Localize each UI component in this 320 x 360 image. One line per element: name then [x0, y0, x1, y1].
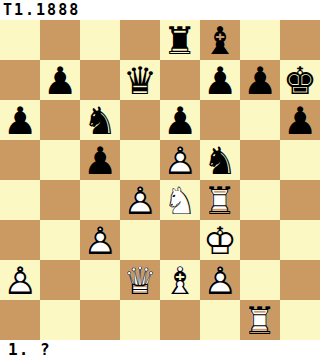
black-pawn: ♟: [280, 100, 320, 140]
black-rook: ♜: [160, 20, 200, 60]
white-knight: ♞: [160, 180, 200, 220]
square-f2[interactable]: ♟♙: [200, 260, 240, 300]
square-f7[interactable]: ♟: [200, 60, 240, 100]
square-g3[interactable]: [240, 220, 280, 260]
square-a4[interactable]: [0, 180, 40, 220]
square-a1[interactable]: [0, 300, 40, 340]
square-h2[interactable]: [280, 260, 320, 300]
square-g1[interactable]: ♜♖: [240, 300, 280, 340]
square-b7[interactable]: ♟: [40, 60, 80, 100]
square-c2[interactable]: [80, 260, 120, 300]
chess-puzzle-screen: T1.1888 ♜♝♟♛♟♟♚♟♞♟♟♟♟♙♞♟♙♞♘♜♖♟♙♚♔♟♙♛♕♝♗♟…: [0, 0, 320, 360]
square-f8[interactable]: ♝: [200, 20, 240, 60]
square-d6[interactable]: [120, 100, 160, 140]
square-h8[interactable]: [280, 20, 320, 60]
square-d5[interactable]: [120, 140, 160, 180]
puzzle-title: T1.1888: [0, 0, 320, 20]
white-pawn-outline: ♙: [200, 260, 240, 300]
square-e4[interactable]: ♞♘: [160, 180, 200, 220]
square-g6[interactable]: [240, 100, 280, 140]
square-b8[interactable]: [40, 20, 80, 60]
square-a2[interactable]: ♟♙: [0, 260, 40, 300]
black-pawn: ♟: [240, 60, 280, 100]
white-pawn: ♟: [0, 260, 40, 300]
square-c1[interactable]: [80, 300, 120, 340]
white-king: ♚: [200, 220, 240, 260]
square-h5[interactable]: [280, 140, 320, 180]
black-bishop: ♝: [200, 20, 240, 60]
square-d2[interactable]: ♛♕: [120, 260, 160, 300]
black-knight: ♞: [80, 100, 120, 140]
white-queen: ♛: [120, 260, 160, 300]
square-g2[interactable]: [240, 260, 280, 300]
square-f3[interactable]: ♚♔: [200, 220, 240, 260]
square-c7[interactable]: [80, 60, 120, 100]
white-rook: ♜: [240, 300, 280, 340]
white-pawn-outline: ♙: [160, 140, 200, 180]
black-knight: ♞: [200, 140, 240, 180]
square-a3[interactable]: [0, 220, 40, 260]
black-pawn: ♟: [80, 140, 120, 180]
square-h6[interactable]: ♟: [280, 100, 320, 140]
black-pawn: ♟: [0, 100, 40, 140]
square-a7[interactable]: [0, 60, 40, 100]
black-pawn: ♟: [160, 100, 200, 140]
square-a8[interactable]: [0, 20, 40, 60]
square-e7[interactable]: [160, 60, 200, 100]
white-pawn: ♟: [160, 140, 200, 180]
square-b5[interactable]: [40, 140, 80, 180]
square-f6[interactable]: [200, 100, 240, 140]
square-b6[interactable]: [40, 100, 80, 140]
move-prompt: 1. ?: [0, 340, 320, 360]
square-e3[interactable]: [160, 220, 200, 260]
white-bishop: ♝: [160, 260, 200, 300]
square-f4[interactable]: ♜♖: [200, 180, 240, 220]
square-e1[interactable]: [160, 300, 200, 340]
chess-board: ♜♝♟♛♟♟♚♟♞♟♟♟♟♙♞♟♙♞♘♜♖♟♙♚♔♟♙♛♕♝♗♟♙♜♖: [0, 20, 320, 340]
white-rook-outline: ♖: [200, 180, 240, 220]
square-f5[interactable]: ♞: [200, 140, 240, 180]
white-king-outline: ♔: [200, 220, 240, 260]
black-king: ♚: [280, 60, 320, 100]
white-pawn: ♟: [80, 220, 120, 260]
white-knight-outline: ♘: [160, 180, 200, 220]
square-h3[interactable]: [280, 220, 320, 260]
black-pawn: ♟: [40, 60, 80, 100]
square-g7[interactable]: ♟: [240, 60, 280, 100]
square-g8[interactable]: [240, 20, 280, 60]
square-h4[interactable]: [280, 180, 320, 220]
square-e2[interactable]: ♝♗: [160, 260, 200, 300]
white-queen-outline: ♕: [120, 260, 160, 300]
square-c5[interactable]: ♟: [80, 140, 120, 180]
square-g5[interactable]: [240, 140, 280, 180]
square-g4[interactable]: [240, 180, 280, 220]
square-b4[interactable]: [40, 180, 80, 220]
white-bishop-outline: ♗: [160, 260, 200, 300]
white-rook: ♜: [200, 180, 240, 220]
square-b3[interactable]: [40, 220, 80, 260]
square-d1[interactable]: [120, 300, 160, 340]
square-a5[interactable]: [0, 140, 40, 180]
square-d4[interactable]: ♟♙: [120, 180, 160, 220]
square-d3[interactable]: [120, 220, 160, 260]
square-c6[interactable]: ♞: [80, 100, 120, 140]
square-b1[interactable]: [40, 300, 80, 340]
white-pawn: ♟: [120, 180, 160, 220]
square-c4[interactable]: [80, 180, 120, 220]
white-pawn-outline: ♙: [0, 260, 40, 300]
white-pawn-outline: ♙: [80, 220, 120, 260]
square-e6[interactable]: ♟: [160, 100, 200, 140]
white-pawn-outline: ♙: [120, 180, 160, 220]
square-a6[interactable]: ♟: [0, 100, 40, 140]
square-h7[interactable]: ♚: [280, 60, 320, 100]
black-queen: ♛: [120, 60, 160, 100]
square-c8[interactable]: [80, 20, 120, 60]
white-rook-outline: ♖: [240, 300, 280, 340]
white-pawn: ♟: [200, 260, 240, 300]
square-d7[interactable]: ♛: [120, 60, 160, 100]
black-pawn: ♟: [200, 60, 240, 100]
square-h1[interactable]: [280, 300, 320, 340]
square-f1[interactable]: [200, 300, 240, 340]
square-e8[interactable]: ♜: [160, 20, 200, 60]
square-b2[interactable]: [40, 260, 80, 300]
square-c3[interactable]: ♟♙: [80, 220, 120, 260]
square-e5[interactable]: ♟♙: [160, 140, 200, 180]
square-d8[interactable]: [120, 20, 160, 60]
